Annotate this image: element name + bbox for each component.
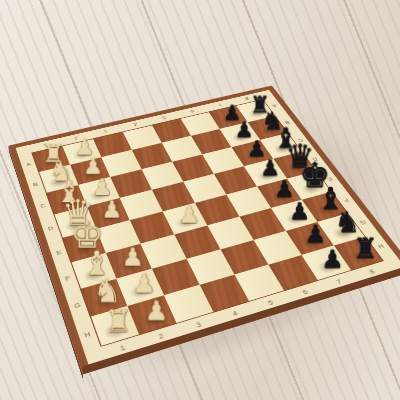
square-g4 <box>187 249 235 285</box>
piece-black-pawn-g7: ♟ <box>305 222 327 246</box>
piece-white-knight-g1: ♞ <box>93 275 122 307</box>
chess-set-photo: 12345678A♜♟♟♜AB♞♟♟♞BC♝♟♟♝CD♛♟♟♛DE♚♟♟♚EF♝… <box>0 0 400 400</box>
piece-white-rook-h1: ♜ <box>105 306 132 337</box>
scene: 12345678A♜♟♟♜AB♞♟♟♞BC♝♟♟♝CD♛♟♟♛DE♚♟♟♚EF♝… <box>0 0 400 400</box>
piece-black-pawn-h7: ♟ <box>321 247 344 272</box>
piece-white-pawn-g2: ♟ <box>133 271 156 297</box>
chess-board: 12345678A♜♟♟♜AB♞♟♟♞BC♝♟♟♝CD♛♟♟♛DE♚♟♟♚EF♝… <box>8 86 400 375</box>
piece-white-pawn-e4: ♟ <box>179 203 200 227</box>
piece-black-rook-h8: ♜ <box>353 234 378 262</box>
piece-white-pawn-f2: ♟ <box>121 245 143 270</box>
piece-white-pawn-d2: ♟ <box>101 198 122 222</box>
board-grid: 12345678A♜♟♟♜AB♞♟♟♞BC♝♟♟♝CD♛♟♟♛DE♚♟♟♚EF♝… <box>15 89 400 366</box>
piece-white-pawn-h2: ♟ <box>144 298 168 325</box>
